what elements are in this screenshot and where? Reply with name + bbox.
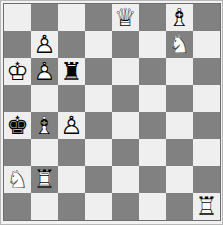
piece-white-king-a6: ♚♔: [4, 58, 31, 85]
square-a7[interactable]: [4, 31, 31, 58]
square-g1[interactable]: [166, 193, 193, 220]
square-h1[interactable]: ♜♖: [193, 193, 220, 220]
square-a1[interactable]: [4, 193, 31, 220]
square-f8[interactable]: [139, 4, 166, 31]
black-rook-icon: ♜: [58, 58, 85, 85]
square-c1[interactable]: [58, 193, 85, 220]
square-b3[interactable]: [31, 139, 58, 166]
piece-white-pawn-c4: ♟♙: [58, 112, 85, 139]
white-rook-icon: ♖: [193, 193, 220, 220]
square-f7[interactable]: [139, 31, 166, 58]
square-h6[interactable]: [193, 58, 220, 85]
piece-white-rook-b2: ♜♖: [31, 166, 58, 193]
piece-white-bishop-b4: ♝♗: [31, 112, 58, 139]
square-h4[interactable]: [193, 112, 220, 139]
piece-white-bishop-g8: ♝♗: [166, 4, 193, 31]
piece-white-knight-a2: ♞♘: [4, 166, 31, 193]
square-d8[interactable]: [85, 4, 112, 31]
piece-white-pawn-b6: ♟♙: [31, 58, 58, 85]
square-c3[interactable]: [58, 139, 85, 166]
white-rook-icon: ♖: [31, 166, 58, 193]
piece-white-rook-h1: ♜♖: [193, 193, 220, 220]
square-e8[interactable]: ♛♕: [112, 4, 139, 31]
square-f4[interactable]: [139, 112, 166, 139]
square-f5[interactable]: [139, 85, 166, 112]
square-b1[interactable]: [31, 193, 58, 220]
square-f1[interactable]: [139, 193, 166, 220]
square-g4[interactable]: [166, 112, 193, 139]
square-b7[interactable]: ♟♙: [31, 31, 58, 58]
white-bishop-icon: ♗: [31, 112, 58, 139]
square-b8[interactable]: [31, 4, 58, 31]
square-a5[interactable]: [4, 85, 31, 112]
square-d1[interactable]: [85, 193, 112, 220]
square-d6[interactable]: [85, 58, 112, 85]
white-pawn-icon: ♙: [31, 58, 58, 85]
square-d4[interactable]: [85, 112, 112, 139]
square-d2[interactable]: [85, 166, 112, 193]
square-f6[interactable]: [139, 58, 166, 85]
square-g6[interactable]: [166, 58, 193, 85]
square-c7[interactable]: [58, 31, 85, 58]
square-a4[interactable]: ♚: [4, 112, 31, 139]
white-bishop-icon: ♗: [166, 4, 193, 31]
white-knight-icon: ♘: [4, 166, 31, 193]
square-d5[interactable]: [85, 85, 112, 112]
square-d7[interactable]: [85, 31, 112, 58]
square-c6[interactable]: ♜: [58, 58, 85, 85]
square-b2[interactable]: ♜♖: [31, 166, 58, 193]
piece-white-queen-e8: ♛♕: [112, 4, 139, 31]
piece-black-king-a4: ♚: [4, 112, 31, 139]
square-e5[interactable]: [112, 85, 139, 112]
square-e4[interactable]: [112, 112, 139, 139]
white-pawn-icon: ♙: [31, 31, 58, 58]
square-g2[interactable]: [166, 166, 193, 193]
square-a2[interactable]: ♞♘: [4, 166, 31, 193]
square-e1[interactable]: [112, 193, 139, 220]
square-g7[interactable]: ♞♘: [166, 31, 193, 58]
square-e2[interactable]: [112, 166, 139, 193]
square-h3[interactable]: [193, 139, 220, 166]
white-pawn-icon: ♙: [58, 112, 85, 139]
square-c5[interactable]: [58, 85, 85, 112]
chess-board: ♛♕♝♗♟♙♞♘♚♔♟♙♜♚♝♗♟♙♞♘♜♖♜♖: [3, 3, 221, 221]
square-b6[interactable]: ♟♙: [31, 58, 58, 85]
chess-diagram-window: ♛♕♝♗♟♙♞♘♚♔♟♙♜♚♝♗♟♙♞♘♜♖♜♖: [0, 0, 223, 225]
square-e6[interactable]: [112, 58, 139, 85]
square-e3[interactable]: [112, 139, 139, 166]
square-b5[interactable]: [31, 85, 58, 112]
white-queen-icon: ♕: [112, 4, 139, 31]
square-d3[interactable]: [85, 139, 112, 166]
square-f2[interactable]: [139, 166, 166, 193]
black-king-icon: ♚: [4, 112, 31, 139]
square-a6[interactable]: ♚♔: [4, 58, 31, 85]
square-b4[interactable]: ♝♗: [31, 112, 58, 139]
square-c4[interactable]: ♟♙: [58, 112, 85, 139]
square-e7[interactable]: [112, 31, 139, 58]
square-h5[interactable]: [193, 85, 220, 112]
square-c2[interactable]: [58, 166, 85, 193]
square-c8[interactable]: [58, 4, 85, 31]
square-h7[interactable]: [193, 31, 220, 58]
square-h8[interactable]: [193, 4, 220, 31]
piece-black-rook-c6: ♜: [58, 58, 85, 85]
piece-white-knight-g7: ♞♘: [166, 31, 193, 58]
square-a3[interactable]: [4, 139, 31, 166]
square-g3[interactable]: [166, 139, 193, 166]
square-a8[interactable]: [4, 4, 31, 31]
piece-white-pawn-b7: ♟♙: [31, 31, 58, 58]
white-knight-icon: ♘: [166, 31, 193, 58]
white-king-icon: ♔: [4, 58, 31, 85]
square-g5[interactable]: [166, 85, 193, 112]
square-h2[interactable]: [193, 166, 220, 193]
square-f3[interactable]: [139, 139, 166, 166]
square-g8[interactable]: ♝♗: [166, 4, 193, 31]
